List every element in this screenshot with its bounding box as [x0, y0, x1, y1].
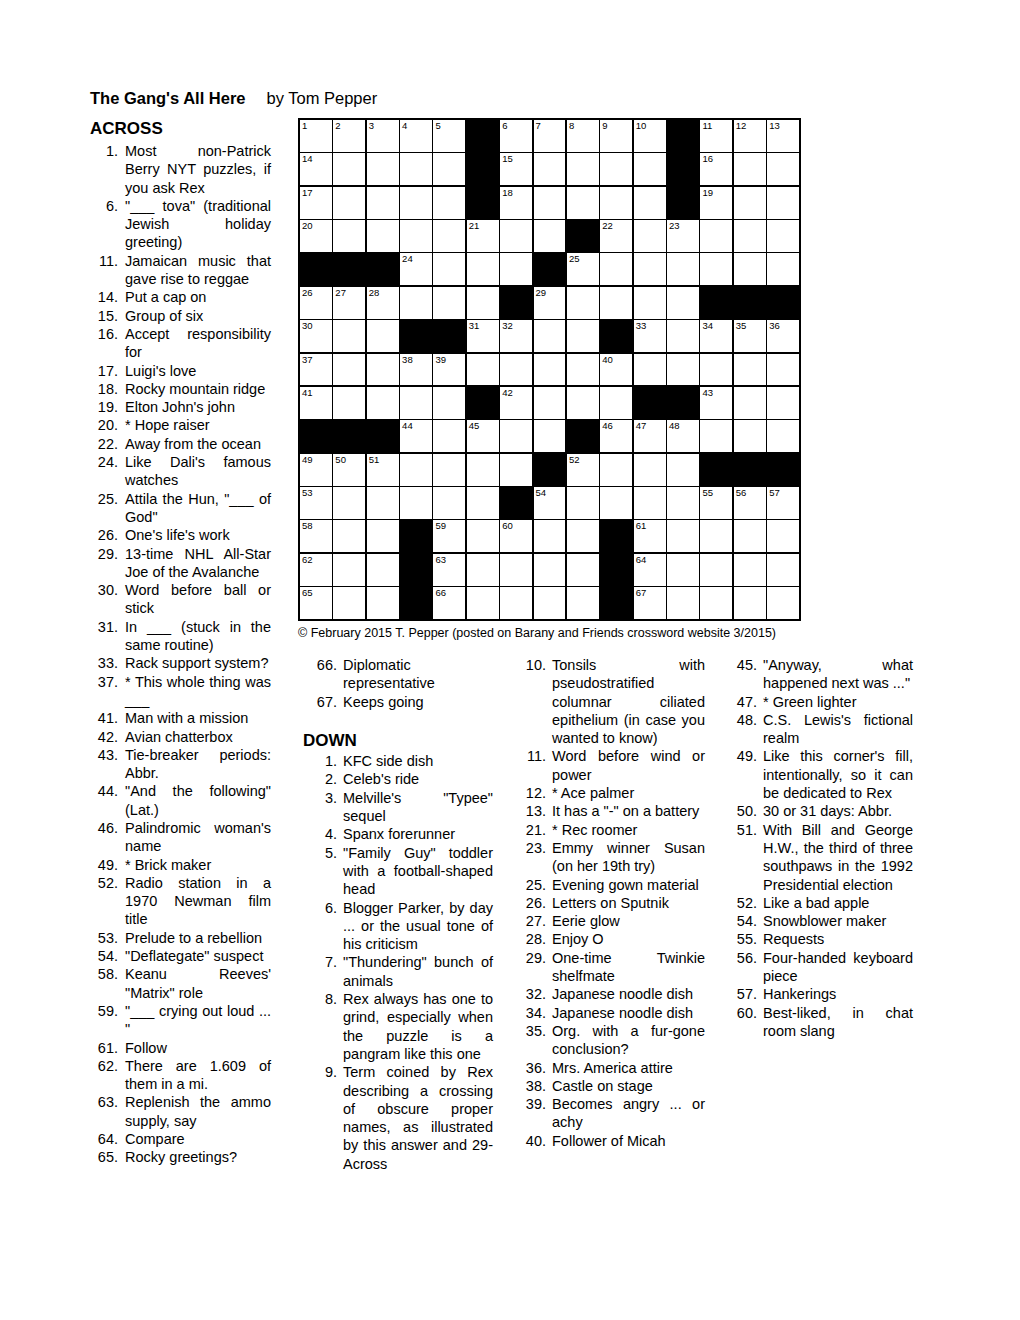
clue-across-64: 64.Compare [88, 1130, 271, 1148]
grid-cell[interactable] [400, 487, 432, 519]
clue-number: 20. [88, 416, 125, 434]
grid-cell[interactable] [467, 287, 499, 319]
grid-cell[interactable]: 18 [500, 187, 532, 219]
grid-cell[interactable]: 31 [467, 320, 499, 352]
grid-cell[interactable]: 57 [767, 487, 799, 519]
grid-cell[interactable] [567, 320, 599, 352]
grid-cell[interactable]: 26 [300, 287, 332, 319]
cell-number: 47 [636, 421, 647, 431]
grid-cell[interactable] [767, 153, 799, 185]
grid-cell[interactable]: 9 [600, 120, 632, 152]
grid-cell[interactable]: 10 [634, 120, 666, 152]
clue-down-45: 45."Anyway, what happened next was ..." [729, 656, 913, 693]
clue-across-14: 14.Put a cap on [88, 288, 271, 306]
grid-cell[interactable] [767, 187, 799, 219]
clue-down-35: 35.Org. with a fur-gone conclusion? [518, 1022, 705, 1059]
clue-number: 64. [88, 1130, 125, 1148]
grid-cell[interactable] [500, 420, 532, 452]
grid-cell[interactable] [734, 387, 766, 419]
clue-number: 47. [729, 693, 763, 711]
grid-cell[interactable] [567, 554, 599, 586]
grid-cell[interactable]: 45 [467, 420, 499, 452]
cell-number: 36 [769, 321, 780, 331]
grid-cell[interactable] [667, 520, 699, 552]
grid-cell[interactable] [534, 420, 566, 452]
grid-cell[interactable] [767, 420, 799, 452]
grid-cell[interactable]: 65 [300, 587, 332, 619]
grid-cell[interactable]: 3 [367, 120, 399, 152]
grid-cell[interactable] [734, 554, 766, 586]
clue-across-44: 44."And the following" (Lat.) [88, 782, 271, 819]
grid-cell[interactable]: 58 [300, 520, 332, 552]
grid-cell[interactable]: 29 [534, 287, 566, 319]
grid-cell[interactable] [333, 187, 365, 219]
clue-number: 63. [88, 1093, 125, 1111]
grid-cell[interactable] [467, 520, 499, 552]
clue-number: 9. [303, 1063, 343, 1081]
cell-number: 12 [736, 121, 747, 131]
grid-cell[interactable] [567, 487, 599, 519]
grid-cell[interactable] [634, 187, 666, 219]
grid-cell[interactable] [367, 387, 399, 419]
clue-text: Follow [125, 1039, 271, 1057]
grid-cell[interactable]: 60 [500, 520, 532, 552]
crossword-page: { "game": "crossword", "title": "The Gan… [0, 0, 1020, 1320]
grid-cell[interactable]: 61 [634, 520, 666, 552]
grid-cell[interactable] [567, 354, 599, 386]
clue-down-34: 34.Japanese noodle dish [518, 1004, 705, 1022]
grid-cell[interactable] [467, 587, 499, 619]
grid-cell[interactable] [433, 387, 465, 419]
grid-cell[interactable] [734, 253, 766, 285]
grid-cell[interactable] [333, 220, 365, 252]
clue-number: 5. [303, 844, 343, 862]
grid-cell[interactable]: 40 [600, 354, 632, 386]
down-clue-list: 1.KFC side dish2.Celeb's ride3.Melville'… [303, 752, 493, 1173]
grid-cell[interactable]: 52 [567, 454, 599, 486]
cell-number: 46 [602, 421, 613, 431]
grid-cell[interactable]: 8 [567, 120, 599, 152]
grid-cell[interactable]: 19 [700, 187, 732, 219]
cell-number: 2 [335, 121, 340, 131]
grid-cell[interactable]: 53 [300, 487, 332, 519]
grid-cell[interactable]: 41 [300, 387, 332, 419]
grid-cell[interactable] [367, 587, 399, 619]
grid-cell[interactable] [333, 354, 365, 386]
grid-cell[interactable] [667, 354, 699, 386]
grid-cell-black [600, 554, 632, 586]
grid-cell[interactable] [567, 520, 599, 552]
grid-cell[interactable] [400, 287, 432, 319]
clue-number: 7. [303, 953, 343, 971]
grid-cell[interactable] [634, 487, 666, 519]
grid-cell-black [467, 187, 499, 219]
grid-cell[interactable]: 13 [767, 120, 799, 152]
grid-cell[interactable]: 66 [433, 587, 465, 619]
grid-cell[interactable]: 27 [333, 287, 365, 319]
clue-down-60: 60.Best-liked, in chat room slang [729, 1004, 913, 1041]
clue-across-30: 30.Word before ball or stick [88, 581, 271, 618]
grid-cell[interactable] [500, 253, 532, 285]
grid-cell[interactable] [400, 220, 432, 252]
grid-cell[interactable] [333, 387, 365, 419]
clue-text: Replenish the ammo supply, say [125, 1093, 271, 1130]
grid-cell[interactable]: 59 [433, 520, 465, 552]
grid-cell[interactable]: 55 [700, 487, 732, 519]
clue-number: 52. [729, 894, 763, 912]
grid-cell[interactable] [534, 587, 566, 619]
clue-across-16: 16.Accept responsibility for [88, 325, 271, 362]
clue-text: Melville's "Typee" sequel [343, 789, 493, 826]
grid-cell[interactable] [433, 287, 465, 319]
grid-cell[interactable] [667, 587, 699, 619]
grid-cell[interactable]: 34 [700, 320, 732, 352]
grid-cell[interactable] [600, 387, 632, 419]
grid-cell[interactable] [367, 487, 399, 519]
grid-cell[interactable] [700, 253, 732, 285]
grid-cell[interactable]: 54 [534, 487, 566, 519]
grid-cell[interactable] [500, 587, 532, 619]
grid-cell[interactable] [600, 287, 632, 319]
grid-cell[interactable] [634, 153, 666, 185]
clue-number: 30. [88, 581, 125, 599]
clue-text: Blogger Parker, by day ... or the usual … [343, 899, 493, 954]
grid-cell[interactable] [467, 454, 499, 486]
clue-down-28: 28.Enjoy O [518, 930, 705, 948]
grid-cell[interactable] [700, 520, 732, 552]
grid-cell[interactable]: 24 [400, 253, 432, 285]
clue-number: 15. [88, 307, 125, 325]
down-clue-list-continued: 10.Tonsils with pseudostratified columna… [518, 656, 705, 1150]
clue-number: 52. [88, 874, 125, 892]
grid-cell[interactable] [534, 387, 566, 419]
clue-number: 57. [729, 985, 763, 1003]
grid-cell[interactable] [433, 454, 465, 486]
clue-number: 59. [88, 1002, 125, 1020]
clue-text: "___ crying out loud ... " [125, 1002, 271, 1039]
grid-cell[interactable] [433, 220, 465, 252]
clue-number: 24. [88, 453, 125, 471]
grid-cell[interactable] [534, 354, 566, 386]
grid-cell-black [534, 454, 566, 486]
clue-number: 21. [518, 821, 552, 839]
clue-number: 56. [729, 949, 763, 967]
grid-cell[interactable] [467, 554, 499, 586]
grid-cell[interactable] [567, 287, 599, 319]
grid-cell[interactable] [400, 153, 432, 185]
cell-number: 42 [502, 388, 513, 398]
cell-number: 22 [602, 221, 613, 231]
clue-text: Follower of Micah [552, 1132, 705, 1150]
grid-cell[interactable]: 7 [534, 120, 566, 152]
clue-down-36: 36.Mrs. America attire [518, 1059, 705, 1077]
clue-number: 42. [88, 728, 125, 746]
cell-number: 33 [636, 321, 647, 331]
cell-number: 43 [702, 388, 713, 398]
grid-cell[interactable]: 2 [333, 120, 365, 152]
grid-cell[interactable] [400, 387, 432, 419]
clue-across-54: 54."Deflategate" suspect [88, 947, 271, 965]
grid-cell[interactable] [700, 354, 732, 386]
clue-down-51: 51.With Bill and George H.W., the third … [729, 821, 913, 894]
clue-across-31: 31.In ___ (stuck in the same routine) [88, 618, 271, 655]
grid-cell-black [634, 387, 666, 419]
clue-text: Compare [125, 1130, 271, 1148]
grid-cell[interactable]: 51 [367, 454, 399, 486]
clue-text: There are 1.609 of them in a mi. [125, 1057, 271, 1094]
grid-cell[interactable]: 50 [333, 454, 365, 486]
clue-down-1: 1.KFC side dish [303, 752, 493, 770]
cell-number: 32 [502, 321, 513, 331]
clue-text: Castle on stage [552, 1077, 705, 1095]
grid-cell[interactable] [400, 187, 432, 219]
grid-cell[interactable] [634, 287, 666, 319]
clue-number: 31. [88, 618, 125, 636]
grid-cell[interactable] [734, 587, 766, 619]
grid-cell[interactable] [333, 520, 365, 552]
grid-cell[interactable] [734, 420, 766, 452]
grid-cell[interactable] [333, 320, 365, 352]
clue-text: "Family Guy" toddler with a football-sha… [343, 844, 493, 899]
clue-text: Celeb's ride [343, 770, 493, 788]
grid-cell[interactable]: 63 [433, 554, 465, 586]
grid-cell[interactable] [367, 153, 399, 185]
grid-cell[interactable] [567, 387, 599, 419]
grid-cell[interactable] [367, 220, 399, 252]
grid-cell[interactable] [333, 153, 365, 185]
grid-cell[interactable] [634, 354, 666, 386]
grid-cell[interactable]: 46 [600, 420, 632, 452]
grid-cell[interactable] [634, 253, 666, 285]
grid-cell[interactable] [534, 320, 566, 352]
grid-cell[interactable] [367, 554, 399, 586]
clue-text: It has a "-" on a battery [552, 802, 705, 820]
clue-across-1: 1.Most non-Patrick Berry NYT puzzles, if… [88, 142, 271, 197]
clue-across-46: 46.Palindromic woman's name [88, 819, 271, 856]
grid-cell[interactable]: 17 [300, 187, 332, 219]
cell-number: 10 [636, 121, 647, 131]
grid-cell[interactable]: 32 [500, 320, 532, 352]
grid-cell[interactable] [634, 220, 666, 252]
grid-cell[interactable]: 16 [700, 153, 732, 185]
grid-cell[interactable] [600, 187, 632, 219]
grid-cell[interactable] [467, 354, 499, 386]
grid-cell[interactable]: 1 [300, 120, 332, 152]
grid-cell[interactable] [767, 220, 799, 252]
grid-cell[interactable] [433, 187, 465, 219]
grid-cell[interactable] [734, 153, 766, 185]
grid-cell[interactable] [700, 587, 732, 619]
clue-down-4: 4.Spanx forerunner [303, 825, 493, 843]
grid-cell[interactable]: 5 [433, 120, 465, 152]
clue-text: Group of six [125, 307, 271, 325]
grid-cell[interactable] [600, 454, 632, 486]
clue-number: 61. [88, 1039, 125, 1057]
clue-number: 54. [88, 947, 125, 965]
cell-number: 66 [435, 588, 446, 598]
clue-number: 38. [518, 1077, 552, 1095]
clue-number: 44. [88, 782, 125, 800]
clue-text: Word before ball or stick [125, 581, 271, 618]
grid-cell[interactable]: 43 [700, 387, 732, 419]
grid-cell[interactable] [534, 220, 566, 252]
grid-cell[interactable] [734, 354, 766, 386]
grid-cell[interactable]: 47 [634, 420, 666, 452]
grid-cell[interactable]: 4 [400, 120, 432, 152]
grid-cell[interactable] [467, 487, 499, 519]
grid-cell[interactable]: 64 [634, 554, 666, 586]
clue-number: 1. [88, 142, 125, 160]
grid-cell[interactable]: 42 [500, 387, 532, 419]
grid-cell[interactable]: 21 [467, 220, 499, 252]
grid-cell[interactable] [600, 487, 632, 519]
clue-text: Enjoy O [552, 930, 705, 948]
grid-cell[interactable] [400, 454, 432, 486]
grid-cell[interactable]: 22 [600, 220, 632, 252]
clue-text: Like a bad apple [763, 894, 913, 912]
grid-cell[interactable] [667, 287, 699, 319]
grid-cell[interactable]: 25 [567, 253, 599, 285]
clue-down-55: 55.Requests [729, 930, 913, 948]
grid-cell[interactable]: 6 [500, 120, 532, 152]
grid-cell[interactable]: 33 [634, 320, 666, 352]
grid-cell[interactable] [600, 153, 632, 185]
grid-cell[interactable]: 28 [367, 287, 399, 319]
clue-text: Evening gown material [552, 876, 705, 894]
clue-text: "And the following" (Lat.) [125, 782, 271, 819]
grid-cell[interactable] [667, 253, 699, 285]
copyright-line: © February 2015 T. Pepper (posted on Bar… [298, 626, 776, 640]
grid-cell[interactable]: 48 [667, 420, 699, 452]
grid-cell[interactable] [500, 354, 532, 386]
clue-number: 39. [518, 1095, 552, 1113]
grid-cell[interactable]: 35 [734, 320, 766, 352]
grid-cell[interactable] [433, 487, 465, 519]
grid-cell[interactable] [534, 187, 566, 219]
grid-cell[interactable] [667, 320, 699, 352]
grid-cell[interactable]: 37 [300, 354, 332, 386]
grid-cell[interactable] [734, 187, 766, 219]
clue-across-66: 66.Diplomatic representative [303, 656, 493, 693]
grid-cell[interactable] [567, 187, 599, 219]
grid-cell[interactable] [767, 554, 799, 586]
grid-cell[interactable]: 62 [300, 554, 332, 586]
grid-cell[interactable] [367, 187, 399, 219]
grid-cell[interactable]: 12 [734, 120, 766, 152]
grid-cell[interactable] [700, 420, 732, 452]
title-row: The Gang's All Hereby Tom Pepper [90, 89, 377, 108]
grid-cell[interactable] [367, 320, 399, 352]
grid-cell[interactable] [767, 354, 799, 386]
grid-cell[interactable] [700, 554, 732, 586]
grid-cell[interactable]: 56 [734, 487, 766, 519]
grid-cell[interactable] [433, 153, 465, 185]
grid-cell[interactable]: 11 [700, 120, 732, 152]
grid-cell[interactable] [767, 520, 799, 552]
crossword-grid: 1234567891011121314151617181920212223242… [298, 118, 801, 621]
clue-text: Org. with a fur-gone conclusion? [552, 1022, 705, 1059]
clue-text: Best-liked, in chat room slang [763, 1004, 913, 1041]
grid-cell[interactable] [734, 520, 766, 552]
clue-text: Rex always has one to grind, especially … [343, 990, 493, 1063]
grid-cell[interactable] [667, 554, 699, 586]
clue-text: Jamaican music that gave rise to reggae [125, 252, 271, 289]
clue-text: Away from the ocean [125, 435, 271, 453]
clue-across-41: 41.Man with a mission [88, 709, 271, 727]
grid-cell[interactable] [567, 153, 599, 185]
grid-cell[interactable] [767, 253, 799, 285]
clue-number: 55. [729, 930, 763, 948]
grid-cell[interactable] [500, 220, 532, 252]
grid-cell[interactable] [667, 454, 699, 486]
clue-down-23: 23.Emmy winner Susan (on her 19th try) [518, 839, 705, 876]
grid-cell[interactable] [433, 253, 465, 285]
clue-number: 29. [88, 545, 125, 563]
clue-number: 45. [729, 656, 763, 674]
grid-cell[interactable] [500, 554, 532, 586]
clue-text: * This whole thing was ___ [125, 673, 271, 710]
grid-cell[interactable] [433, 420, 465, 452]
grid-cell[interactable] [333, 487, 365, 519]
cell-number: 11 [702, 121, 712, 131]
grid-cell[interactable]: 36 [767, 320, 799, 352]
clue-down-38: 38.Castle on stage [518, 1077, 705, 1095]
grid-cell[interactable] [634, 454, 666, 486]
clue-text: * Green lighter [763, 693, 913, 711]
grid-cell[interactable]: 15 [500, 153, 532, 185]
grid-cell[interactable]: 20 [300, 220, 332, 252]
grid-cell[interactable] [367, 354, 399, 386]
grid-cell[interactable] [534, 520, 566, 552]
clue-across-6: 6."___ tova" (traditional Jewish holiday… [88, 197, 271, 252]
grid-cell[interactable]: 67 [634, 587, 666, 619]
grid-cell[interactable]: 39 [433, 354, 465, 386]
clue-across-52: 52.Radio station in a 1970 Newman film t… [88, 874, 271, 929]
grid-cell-black [367, 253, 399, 285]
clue-number: 18. [88, 380, 125, 398]
grid-cell[interactable] [534, 153, 566, 185]
cell-number: 18 [502, 188, 513, 198]
grid-cell[interactable] [567, 587, 599, 619]
grid-cell[interactable] [667, 487, 699, 519]
clue-number: 29. [518, 949, 552, 967]
grid-cell[interactable] [534, 554, 566, 586]
grid-cell[interactable] [467, 253, 499, 285]
grid-cell[interactable]: 49 [300, 454, 332, 486]
clue-text: Like this corner's fill, intentionally, … [763, 747, 913, 802]
cell-number: 8 [569, 121, 574, 131]
grid-cell-black [433, 320, 465, 352]
grid-cell[interactable] [500, 454, 532, 486]
cell-number: 52 [569, 455, 580, 465]
grid-cell[interactable] [767, 387, 799, 419]
grid-cell[interactable]: 23 [667, 220, 699, 252]
grid-cell[interactable] [767, 587, 799, 619]
grid-cell[interactable] [367, 520, 399, 552]
clue-down-8: 8.Rex always has one to grind, especiall… [303, 990, 493, 1063]
grid-cell[interactable]: 14 [300, 153, 332, 185]
grid-cell[interactable] [333, 554, 365, 586]
grid-cell[interactable] [600, 253, 632, 285]
clue-down-50: 50.30 or 31 days: Abbr. [729, 802, 913, 820]
grid-cell[interactable] [333, 587, 365, 619]
grid-cell[interactable] [734, 220, 766, 252]
grid-cell[interactable]: 30 [300, 320, 332, 352]
grid-cell[interactable]: 38 [400, 354, 432, 386]
grid-cell[interactable] [700, 220, 732, 252]
cell-number: 63 [435, 555, 446, 565]
grid-cell[interactable]: 44 [400, 420, 432, 452]
